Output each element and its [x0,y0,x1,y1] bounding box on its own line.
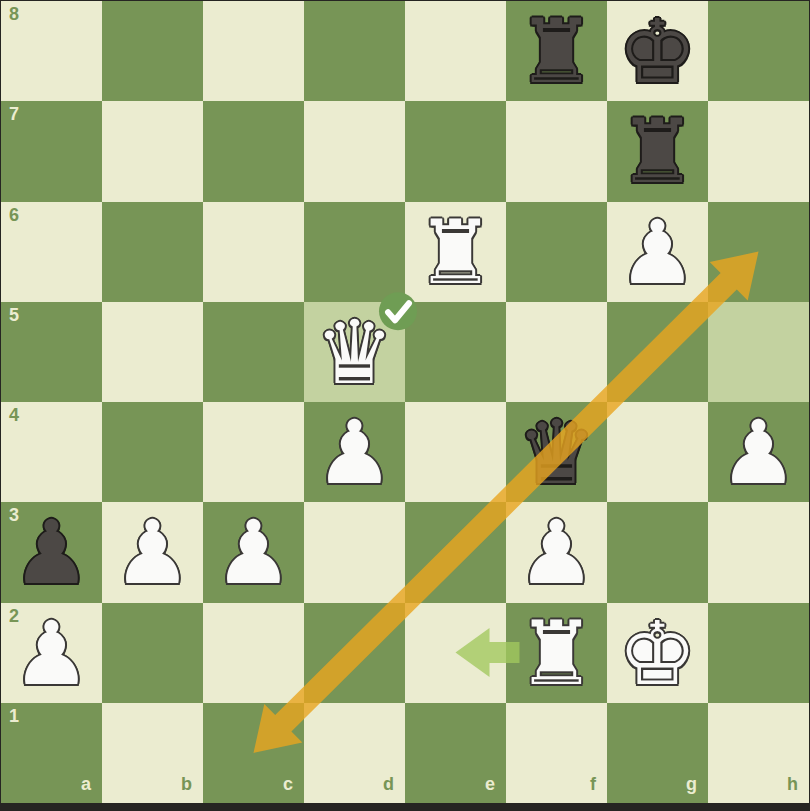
square-b4[interactable] [102,402,203,502]
square-f1[interactable]: f [506,703,607,803]
black-rook-g7[interactable]: ♜ [618,108,697,196]
square-d7[interactable] [304,101,405,201]
square-e4[interactable] [405,402,506,502]
rank-label-8: 8 [9,5,19,23]
square-g2[interactable]: ♚ [607,603,708,703]
square-c3[interactable]: ♟ [203,502,304,602]
square-d6[interactable] [304,202,405,302]
square-h3[interactable] [708,502,809,602]
square-b1[interactable]: b [102,703,203,803]
white-pawn-a2[interactable]: ♟ [12,610,91,698]
square-b3[interactable]: ♟ [102,502,203,602]
square-d5[interactable]: ♛ [304,302,405,402]
square-d1[interactable]: d [304,703,405,803]
file-label-g: g [686,775,697,793]
square-b8[interactable] [102,1,203,101]
square-e8[interactable] [405,1,506,101]
file-label-c: c [283,775,293,793]
square-e3[interactable] [405,502,506,602]
black-queen-f4[interactable]: ♛ [517,409,596,497]
square-g4[interactable] [607,402,708,502]
square-g8[interactable]: ♚ [607,1,708,101]
square-f4[interactable]: ♛ [506,402,607,502]
board-grid: 8♜♚7♜6♜♟5♛4♟♛♟3♟♟♟♟2♟♜♚1abcdefgh [1,1,809,803]
square-e2[interactable] [405,603,506,703]
white-pawn-g6[interactable]: ♟ [618,209,697,297]
file-label-a: a [81,775,91,793]
square-b7[interactable] [102,101,203,201]
white-queen-d5[interactable]: ♛ [315,309,394,397]
square-a8[interactable]: 8 [1,1,102,101]
file-label-b: b [181,775,192,793]
square-c7[interactable] [203,101,304,201]
rank-label-1: 1 [9,707,19,725]
square-e7[interactable] [405,101,506,201]
square-a2[interactable]: 2♟ [1,603,102,703]
square-c5[interactable] [203,302,304,402]
rank-label-4: 4 [9,406,19,424]
square-a6[interactable]: 6 [1,202,102,302]
square-f6[interactable] [506,202,607,302]
rank-label-6: 6 [9,206,19,224]
square-c6[interactable] [203,202,304,302]
white-pawn-h4[interactable]: ♟ [719,409,798,497]
square-f8[interactable]: ♜ [506,1,607,101]
square-d8[interactable] [304,1,405,101]
square-b6[interactable] [102,202,203,302]
chess-board: 8♜♚7♜6♜♟5♛4♟♛♟3♟♟♟♟2♟♜♚1abcdefgh [0,0,810,811]
square-f5[interactable] [506,302,607,402]
white-pawn-d4[interactable]: ♟ [315,409,394,497]
square-e1[interactable]: e [405,703,506,803]
square-d3[interactable] [304,502,405,602]
square-d4[interactable]: ♟ [304,402,405,502]
square-h7[interactable] [708,101,809,201]
white-rook-f2[interactable]: ♜ [517,610,596,698]
square-g1[interactable]: g [607,703,708,803]
white-pawn-f3[interactable]: ♟ [517,509,596,597]
square-g3[interactable] [607,502,708,602]
square-a1[interactable]: 1a [1,703,102,803]
square-a7[interactable]: 7 [1,101,102,201]
black-rook-f8[interactable]: ♜ [517,8,596,96]
black-pawn-a3[interactable]: ♟ [12,509,91,597]
black-king-g8[interactable]: ♚ [618,8,697,96]
square-h8[interactable] [708,1,809,101]
square-c8[interactable] [203,1,304,101]
square-f2[interactable]: ♜ [506,603,607,703]
square-f7[interactable] [506,101,607,201]
file-label-d: d [383,775,394,793]
square-f3[interactable]: ♟ [506,502,607,602]
square-b5[interactable] [102,302,203,402]
rank-label-5: 5 [9,306,19,324]
file-label-e: e [485,775,495,793]
square-d2[interactable] [304,603,405,703]
square-c1[interactable]: c [203,703,304,803]
white-rook-e6[interactable]: ♜ [416,209,495,297]
square-b2[interactable] [102,603,203,703]
square-e6[interactable]: ♜ [405,202,506,302]
file-label-h: h [787,775,798,793]
square-h5[interactable] [708,302,809,402]
file-label-f: f [590,775,596,793]
white-king-g2[interactable]: ♚ [618,610,697,698]
square-h1[interactable]: h [708,703,809,803]
square-h6[interactable] [708,202,809,302]
square-a3[interactable]: 3♟ [1,502,102,602]
square-c2[interactable] [203,603,304,703]
square-a5[interactable]: 5 [1,302,102,402]
square-g5[interactable] [607,302,708,402]
square-h2[interactable] [708,603,809,703]
white-pawn-b3[interactable]: ♟ [113,509,192,597]
square-g6[interactable]: ♟ [607,202,708,302]
square-c4[interactable] [203,402,304,502]
white-pawn-c3[interactable]: ♟ [214,509,293,597]
square-g7[interactable]: ♜ [607,101,708,201]
square-h4[interactable]: ♟ [708,402,809,502]
square-a4[interactable]: 4 [1,402,102,502]
rank-label-7: 7 [9,105,19,123]
square-e5[interactable] [405,302,506,402]
